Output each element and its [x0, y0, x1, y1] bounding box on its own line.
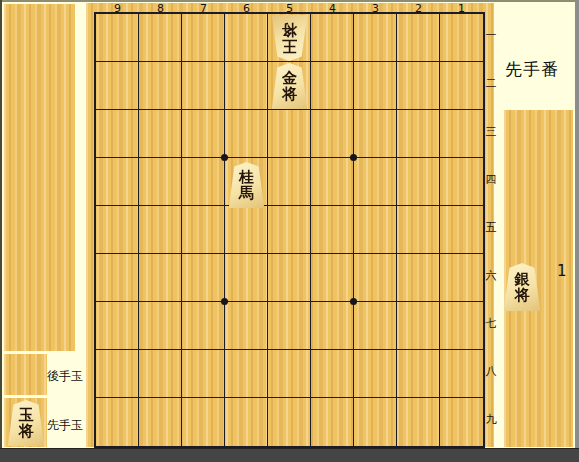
board-cell[interactable]: [225, 302, 268, 350]
board-cell[interactable]: [311, 254, 354, 302]
board-cell[interactable]: [354, 14, 397, 62]
piece-kanji: 馬: [239, 185, 254, 201]
board-cell[interactable]: [225, 254, 268, 302]
board-panel: 9 8 7 6 5 4 3 2 1 一 二 三 四 五 六 七 八 九: [86, 3, 494, 447]
window-bottom-bar: [0, 448, 579, 462]
board-cell[interactable]: [96, 110, 139, 158]
board-cell[interactable]: [225, 350, 268, 398]
board-cell[interactable]: [440, 158, 483, 206]
board-cell[interactable]: [268, 158, 311, 206]
board-cell[interactable]: [182, 110, 225, 158]
board-cell[interactable]: [311, 14, 354, 62]
board-cell[interactable]: [182, 350, 225, 398]
board-cell[interactable]: [139, 398, 182, 446]
rank-label: 九: [485, 398, 497, 446]
rank-label: 五: [485, 206, 497, 254]
board-cell[interactable]: [397, 254, 440, 302]
board-cell[interactable]: [268, 254, 311, 302]
board-cell[interactable]: [354, 206, 397, 254]
board-cell[interactable]: [268, 350, 311, 398]
board-cell[interactable]: [268, 110, 311, 158]
board-cell[interactable]: [225, 206, 268, 254]
board-cell[interactable]: [354, 398, 397, 446]
board-cell[interactable]: [397, 62, 440, 110]
rank-coordinate-labels: 一 二 三 四 五 六 七 八 九: [485, 14, 497, 446]
board-cell[interactable]: [139, 302, 182, 350]
board-cell[interactable]: [225, 14, 268, 62]
board-cell[interactable]: [139, 62, 182, 110]
piece-kanji: 金: [282, 70, 297, 86]
board-cell[interactable]: [311, 398, 354, 446]
shogi-app-window: 後手玉 先手玉 玉 将 9 8 7 6 5 4 3 2 1 一 二 三 四 五: [0, 0, 579, 462]
board-cell[interactable]: [397, 350, 440, 398]
board-cell[interactable]: [182, 206, 225, 254]
board-cell[interactable]: [182, 158, 225, 206]
board-cell[interactable]: [225, 398, 268, 446]
board-cell[interactable]: [440, 110, 483, 158]
piece-kanji: 将: [19, 423, 34, 439]
gote-king-box-label: 後手玉: [47, 368, 87, 385]
board-cell[interactable]: [440, 62, 483, 110]
star-point: [350, 298, 357, 305]
board-cell[interactable]: [96, 350, 139, 398]
board-cell[interactable]: [182, 62, 225, 110]
board-cell[interactable]: [311, 206, 354, 254]
piece-kanji: 王: [282, 38, 297, 54]
gote-hand-tray[interactable]: [4, 4, 75, 351]
board-cell[interactable]: [397, 158, 440, 206]
star-point: [221, 298, 228, 305]
board-cell[interactable]: [96, 302, 139, 350]
rank-label: 一: [485, 14, 497, 62]
rank-label: 二: [485, 62, 497, 110]
board-cell[interactable]: [225, 110, 268, 158]
board-cell[interactable]: [440, 350, 483, 398]
piece-kanji: 桂: [239, 169, 254, 185]
board-cell[interactable]: [139, 350, 182, 398]
rank-label: 七: [485, 302, 497, 350]
gote-king-box[interactable]: [4, 354, 47, 395]
piece-kanji: 銀: [515, 271, 530, 287]
board-cell[interactable]: [354, 158, 397, 206]
board-cell[interactable]: [96, 14, 139, 62]
board-cell[interactable]: [397, 302, 440, 350]
board-cell[interactable]: [96, 206, 139, 254]
board-cell[interactable]: [182, 398, 225, 446]
board-cell[interactable]: [440, 398, 483, 446]
board-cell[interactable]: [397, 14, 440, 62]
piece-kanji: 将: [282, 22, 297, 38]
board-cell[interactable]: [354, 350, 397, 398]
board-cell[interactable]: [96, 158, 139, 206]
board-cell[interactable]: [139, 254, 182, 302]
board-cell[interactable]: [354, 254, 397, 302]
rank-label: 四: [485, 158, 497, 206]
board-cell[interactable]: [354, 62, 397, 110]
silver-hand-count: 1: [557, 262, 567, 280]
board-cell[interactable]: [139, 14, 182, 62]
board-cell[interactable]: [397, 110, 440, 158]
board-cell[interactable]: [311, 110, 354, 158]
board-cell[interactable]: [139, 158, 182, 206]
board-cell[interactable]: [440, 254, 483, 302]
board-cell[interactable]: [311, 158, 354, 206]
board-cell[interactable]: [182, 254, 225, 302]
board-cell[interactable]: [96, 398, 139, 446]
board-cell[interactable]: [440, 302, 483, 350]
board-cell[interactable]: [311, 62, 354, 110]
board-cell[interactable]: [182, 302, 225, 350]
star-point: [221, 154, 228, 161]
board-cell[interactable]: [397, 398, 440, 446]
board-cell[interactable]: [182, 14, 225, 62]
window-border-top: [0, 0, 579, 2]
rank-label: 六: [485, 254, 497, 302]
board-cell[interactable]: [354, 110, 397, 158]
window-border-right: [575, 0, 579, 462]
piece-kanji: 玉: [19, 407, 34, 423]
window-border-left: [0, 0, 2, 462]
turn-indicator: 先手番: [505, 58, 559, 81]
board-cell[interactable]: [311, 350, 354, 398]
board-cell[interactable]: [440, 206, 483, 254]
piece-kanji: 将: [282, 86, 297, 102]
board-cell[interactable]: [268, 302, 311, 350]
board-cell[interactable]: [440, 14, 483, 62]
sente-king-box-label: 先手玉: [47, 417, 87, 434]
board-cell[interactable]: [311, 302, 354, 350]
board-cell[interactable]: [139, 206, 182, 254]
rank-label: 八: [485, 350, 497, 398]
board-cell[interactable]: [268, 206, 311, 254]
board-cell[interactable]: [268, 398, 311, 446]
board-cell[interactable]: [354, 302, 397, 350]
board-cell[interactable]: [96, 62, 139, 110]
rank-label: 三: [485, 110, 497, 158]
board-cell[interactable]: [139, 110, 182, 158]
star-point: [350, 154, 357, 161]
board-cell[interactable]: [96, 254, 139, 302]
board-cell[interactable]: [397, 206, 440, 254]
board-cell[interactable]: [225, 62, 268, 110]
piece-kanji: 将: [515, 287, 530, 303]
